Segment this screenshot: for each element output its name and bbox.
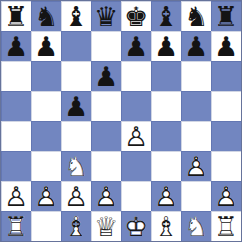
square-e2[interactable]	[121, 181, 151, 211]
square-g4[interactable]	[181, 121, 211, 151]
square-b1[interactable]	[31, 211, 61, 241]
square-d6[interactable]: ♟	[91, 61, 121, 91]
piece-black-rook[interactable]: ♜	[214, 3, 238, 30]
piece-white-king[interactable]: ♚♔	[124, 213, 148, 240]
square-f5[interactable]	[151, 91, 181, 121]
square-a8[interactable]: ♜	[1, 1, 31, 31]
piece-black-pawn[interactable]: ♟	[34, 33, 58, 60]
square-f8[interactable]: ♝	[151, 1, 181, 31]
square-f3[interactable]	[151, 151, 181, 181]
square-h5[interactable]	[211, 91, 241, 121]
piece-black-pawn[interactable]: ♟	[4, 33, 28, 60]
piece-white-pawn[interactable]: ♟♙	[154, 183, 178, 210]
square-f4[interactable]	[151, 121, 181, 151]
piece-black-pawn[interactable]: ♟	[124, 33, 148, 60]
square-g8[interactable]: ♞	[181, 1, 211, 31]
square-b2[interactable]: ♟♙	[31, 181, 61, 211]
square-e1[interactable]: ♚♔	[121, 211, 151, 241]
piece-outline-layer: ♙	[184, 151, 208, 182]
square-h1[interactable]: ♜♖	[211, 211, 241, 241]
piece-outline-layer: ♙	[214, 181, 238, 212]
square-d7[interactable]	[91, 31, 121, 61]
square-a7[interactable]: ♟	[1, 31, 31, 61]
piece-white-pawn[interactable]: ♟♙	[94, 183, 118, 210]
square-h4[interactable]	[211, 121, 241, 151]
piece-white-rook[interactable]: ♜♖	[4, 213, 28, 240]
piece-outline-layer: ♖	[214, 211, 238, 242]
square-d8[interactable]: ♛	[91, 1, 121, 31]
piece-white-knight[interactable]: ♞♘	[184, 213, 208, 240]
square-b7[interactable]: ♟	[31, 31, 61, 61]
square-e4[interactable]: ♟♙	[121, 121, 151, 151]
piece-black-bishop[interactable]: ♝	[64, 3, 88, 30]
piece-white-pawn[interactable]: ♟♙	[124, 123, 148, 150]
square-g7[interactable]: ♟	[181, 31, 211, 61]
square-e3[interactable]	[121, 151, 151, 181]
square-e8[interactable]: ♚	[121, 1, 151, 31]
piece-outline-layer: ♙	[124, 121, 148, 152]
square-c7[interactable]	[61, 31, 91, 61]
piece-black-king[interactable]: ♚	[124, 3, 148, 30]
square-f7[interactable]: ♟	[151, 31, 181, 61]
square-c1[interactable]: ♝♗	[61, 211, 91, 241]
piece-white-pawn[interactable]: ♟♙	[4, 183, 28, 210]
square-d5[interactable]	[91, 91, 121, 121]
piece-white-pawn[interactable]: ♟♙	[184, 153, 208, 180]
piece-outline-layer: ♙	[4, 181, 28, 212]
square-h8[interactable]: ♜	[211, 1, 241, 31]
piece-outline-layer: ♙	[154, 181, 178, 212]
piece-black-pawn[interactable]: ♟	[154, 33, 178, 60]
piece-outline-layer: ♘	[64, 151, 88, 182]
square-f2[interactable]: ♟♙	[151, 181, 181, 211]
piece-black-rook[interactable]: ♜	[4, 3, 28, 30]
piece-white-knight[interactable]: ♞♘	[64, 153, 88, 180]
square-g6[interactable]	[181, 61, 211, 91]
square-h6[interactable]	[211, 61, 241, 91]
piece-outline-layer: ♔	[124, 211, 148, 242]
square-d1[interactable]: ♛♕	[91, 211, 121, 241]
piece-outline-layer: ♕	[94, 211, 118, 242]
square-d3[interactable]	[91, 151, 121, 181]
square-d4[interactable]	[91, 121, 121, 151]
piece-outline-layer: ♖	[4, 211, 28, 242]
square-b8[interactable]: ♞	[31, 1, 61, 31]
square-g3[interactable]: ♟♙	[181, 151, 211, 181]
piece-white-pawn[interactable]: ♟♙	[34, 183, 58, 210]
square-c3[interactable]: ♞♘	[61, 151, 91, 181]
square-e5[interactable]	[121, 91, 151, 121]
piece-black-bishop[interactable]: ♝	[154, 3, 178, 30]
piece-outline-layer: ♙	[64, 181, 88, 212]
square-a5[interactable]	[1, 91, 31, 121]
square-a6[interactable]	[1, 61, 31, 91]
piece-black-pawn[interactable]: ♟	[64, 93, 88, 120]
piece-white-bishop[interactable]: ♝♗	[154, 213, 178, 240]
square-g2[interactable]	[181, 181, 211, 211]
piece-white-rook[interactable]: ♜♖	[214, 213, 238, 240]
square-b5[interactable]	[31, 91, 61, 121]
square-e7[interactable]: ♟	[121, 31, 151, 61]
piece-white-pawn[interactable]: ♟♙	[64, 183, 88, 210]
square-c4[interactable]	[61, 121, 91, 151]
square-c6[interactable]	[61, 61, 91, 91]
square-b6[interactable]	[31, 61, 61, 91]
piece-black-knight[interactable]: ♞	[184, 3, 208, 30]
square-c8[interactable]: ♝	[61, 1, 91, 31]
piece-black-queen[interactable]: ♛	[94, 3, 118, 30]
square-c2[interactable]: ♟♙	[61, 181, 91, 211]
square-h7[interactable]: ♟	[211, 31, 241, 61]
square-h2[interactable]: ♟♙	[211, 181, 241, 211]
square-b3[interactable]	[31, 151, 61, 181]
square-e6[interactable]	[121, 61, 151, 91]
square-a4[interactable]	[1, 121, 31, 151]
chess-board: ♜♞♝♛♚♝♞♜♟♟♟♟♟♟♟♟♟♙♞♘♟♙♟♙♟♙♟♙♟♙♟♙♟♙♜♖♝♗♛♕…	[0, 0, 242, 242]
piece-outline-layer: ♗	[64, 211, 88, 242]
square-g1[interactable]: ♞♘	[181, 211, 211, 241]
square-a3[interactable]	[1, 151, 31, 181]
piece-outline-layer: ♙	[34, 181, 58, 212]
piece-white-bishop[interactable]: ♝♗	[64, 213, 88, 240]
piece-white-queen[interactable]: ♛♕	[94, 213, 118, 240]
piece-black-knight[interactable]: ♞	[34, 3, 58, 30]
piece-black-pawn[interactable]: ♟	[184, 33, 208, 60]
square-a1[interactable]: ♜♖	[1, 211, 31, 241]
square-f1[interactable]: ♝♗	[151, 211, 181, 241]
square-g5[interactable]	[181, 91, 211, 121]
square-f6[interactable]	[151, 61, 181, 91]
piece-black-pawn[interactable]: ♟	[214, 33, 238, 60]
square-d2[interactable]: ♟♙	[91, 181, 121, 211]
piece-outline-layer: ♘	[184, 211, 208, 242]
piece-white-pawn[interactable]: ♟♙	[214, 183, 238, 210]
square-h3[interactable]	[211, 151, 241, 181]
piece-outline-layer: ♗	[154, 211, 178, 242]
square-c5[interactable]: ♟	[61, 91, 91, 121]
square-a2[interactable]: ♟♙	[1, 181, 31, 211]
square-b4[interactable]	[31, 121, 61, 151]
piece-outline-layer: ♙	[94, 181, 118, 212]
piece-black-pawn[interactable]: ♟	[94, 63, 118, 90]
